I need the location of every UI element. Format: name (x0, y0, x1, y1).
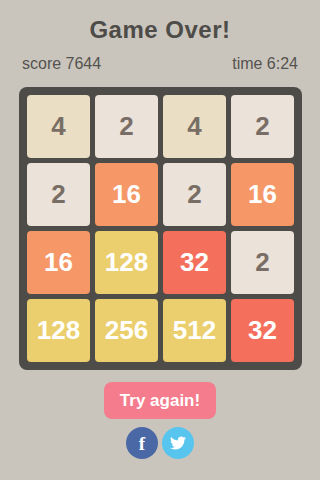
tile-16: 16 (231, 163, 294, 226)
twitter-icon (170, 435, 186, 451)
tile-128: 128 (95, 231, 158, 294)
tile-4: 4 (27, 95, 90, 158)
page-title: Game Over! (0, 16, 320, 44)
tile-2: 2 (27, 163, 90, 226)
score-label: score 7644 (22, 55, 101, 73)
twitter-share-button[interactable] (162, 427, 194, 459)
tile-2: 2 (231, 231, 294, 294)
tile-128: 128 (27, 299, 90, 362)
tile-2: 2 (163, 163, 226, 226)
tile-32: 32 (163, 231, 226, 294)
tile-32: 32 (231, 299, 294, 362)
tile-512: 512 (163, 299, 226, 362)
tile-2: 2 (95, 95, 158, 158)
board: 42422162161612832212825651232 (19, 87, 302, 370)
game-over-screen: Game Over! score 7644 time 6:24 42422162… (0, 0, 320, 480)
tile-16: 16 (27, 231, 90, 294)
try-again-button[interactable]: Try again! (104, 382, 216, 419)
tile-4: 4 (163, 95, 226, 158)
tile-16: 16 (95, 163, 158, 226)
score-row: score 7644 time 6:24 (22, 55, 298, 73)
time-label: time 6:24 (232, 55, 298, 73)
tile-2: 2 (231, 95, 294, 158)
facebook-icon: f (139, 434, 145, 453)
social-row: f (0, 427, 320, 459)
tile-256: 256 (95, 299, 158, 362)
facebook-share-button[interactable]: f (126, 427, 158, 459)
